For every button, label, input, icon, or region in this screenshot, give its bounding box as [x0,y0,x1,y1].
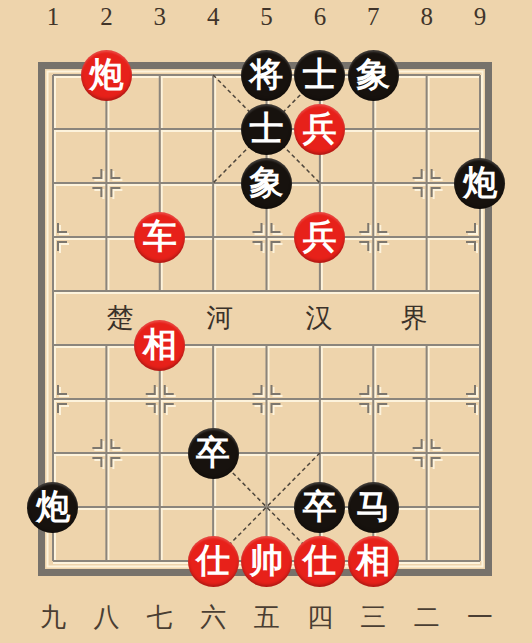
piece-black-advisor-f6r1[interactable]: 士 [294,50,345,101]
xiangqi-board: 楚 河 汉 界 炮将士象士兵象炮车兵相卒炮卒马仕帅仕相 123456789九八七… [0,0,532,643]
file-label-top-1: 1 [47,3,60,31]
piece-red-elephant-f3r6[interactable]: 相 [134,320,185,371]
piece-black-soldier-f6r9[interactable]: 卒 [294,482,345,533]
file-label-top-3: 3 [154,3,167,31]
file-label-top-6: 6 [314,3,327,31]
piece-layer: 炮将士象士兵象炮车兵相卒炮卒马仕帅仕相 [26,48,506,588]
piece-black-soldier-f4r8[interactable]: 卒 [188,428,239,479]
piece-black-advisor-f5r2[interactable]: 士 [241,104,292,155]
file-label-top-2: 2 [100,3,113,31]
piece-red-general-f5r10[interactable]: 帅 [241,536,292,587]
file-label-bottom-4: 六 [200,600,226,635]
file-label-top-7: 7 [367,3,380,31]
file-label-bottom-7: 三 [360,600,386,635]
piece-black-general-f5r1[interactable]: 将 [241,50,292,101]
file-label-bottom-2: 八 [93,600,119,635]
piece-black-cannon-f9r3[interactable]: 炮 [454,158,505,209]
piece-red-elephant-f7r10[interactable]: 相 [348,536,399,587]
file-label-bottom-9: 一 [467,600,493,635]
file-label-top-9: 9 [474,3,487,31]
piece-black-elephant-f7r1[interactable]: 象 [348,50,399,101]
piece-red-advisor-f4r10[interactable]: 仕 [188,536,239,587]
piece-red-cannon-f2r1[interactable]: 炮 [81,50,132,101]
piece-red-soldier-f6r2[interactable]: 兵 [294,104,345,155]
file-label-bottom-5: 五 [254,600,280,635]
piece-black-cannon-f1r9[interactable]: 炮 [27,482,78,533]
piece-black-elephant-f5r3[interactable]: 象 [241,158,292,209]
piece-red-soldier-f6r4[interactable]: 兵 [294,212,345,263]
piece-red-advisor-f6r10[interactable]: 仕 [294,536,345,587]
file-label-top-4: 4 [207,3,220,31]
file-label-bottom-3: 七 [147,600,173,635]
piece-black-horse-f7r9[interactable]: 马 [348,482,399,533]
file-label-bottom-6: 四 [307,600,333,635]
file-label-bottom-1: 九 [40,600,66,635]
file-label-top-8: 8 [420,3,433,31]
file-label-top-5: 5 [260,3,273,31]
file-label-bottom-8: 二 [414,600,440,635]
piece-red-chariot-f3r4[interactable]: 车 [134,212,185,263]
